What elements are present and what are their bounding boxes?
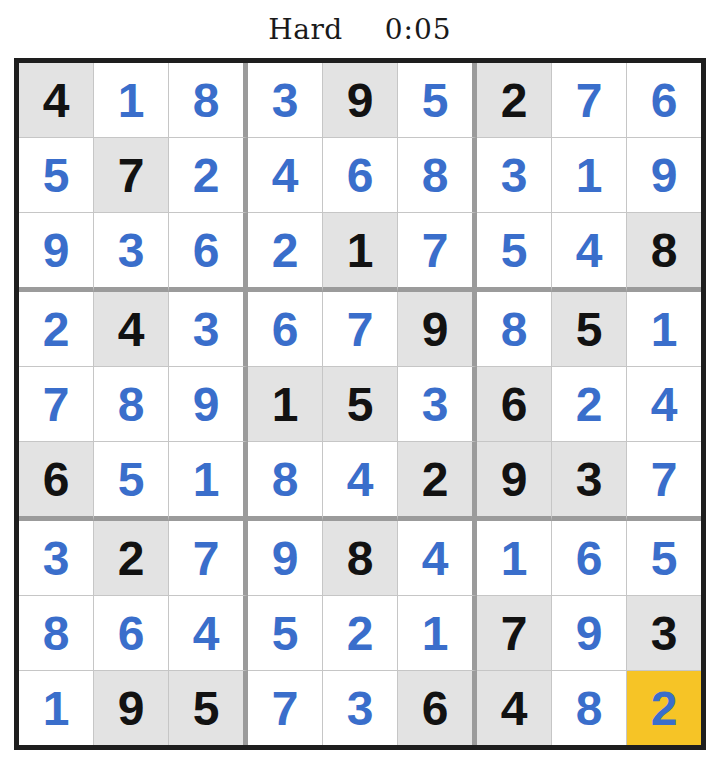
cell-r3c7[interactable]: 5 (477, 213, 552, 292)
cell-r9c4[interactable]: 7 (248, 671, 323, 745)
cell-r8c3[interactable]: 4 (169, 596, 248, 671)
cell-r2c5[interactable]: 6 (323, 138, 398, 213)
cell-r8c4[interactable]: 5 (248, 596, 323, 671)
cell-r1c8[interactable]: 7 (552, 63, 627, 138)
timer[interactable]: 0:05 (385, 13, 452, 46)
cell-r3c8[interactable]: 4 (552, 213, 627, 292)
difficulty-label: Hard (268, 13, 342, 46)
cell-r9c8[interactable]: 8 (552, 671, 627, 745)
cell-r7c7[interactable]: 1 (477, 521, 552, 596)
cell-r1c9[interactable]: 6 (627, 63, 701, 138)
cell-r1c1[interactable]: 4 (19, 63, 94, 138)
cell-r1c3[interactable]: 8 (169, 63, 248, 138)
cell-r4c9[interactable]: 1 (627, 292, 701, 367)
cell-r8c9[interactable]: 3 (627, 596, 701, 671)
cell-r5c5[interactable]: 5 (323, 367, 398, 442)
cell-r6c4[interactable]: 8 (248, 442, 323, 521)
cell-r5c6[interactable]: 3 (398, 367, 477, 442)
cell-r8c1[interactable]: 8 (19, 596, 94, 671)
cell-r9c1[interactable]: 1 (19, 671, 94, 745)
cell-r9c7[interactable]: 4 (477, 671, 552, 745)
cell-r4c3[interactable]: 3 (169, 292, 248, 367)
cell-r9c6[interactable]: 6 (398, 671, 477, 745)
cell-r6c7[interactable]: 9 (477, 442, 552, 521)
cell-r6c5[interactable]: 4 (323, 442, 398, 521)
cell-r7c4[interactable]: 9 (248, 521, 323, 596)
cell-r4c5[interactable]: 7 (323, 292, 398, 367)
cell-r7c1[interactable]: 3 (19, 521, 94, 596)
cell-r9c5[interactable]: 3 (323, 671, 398, 745)
cell-r5c9[interactable]: 4 (627, 367, 701, 442)
cell-r4c4[interactable]: 6 (248, 292, 323, 367)
cell-r2c3[interactable]: 2 (169, 138, 248, 213)
cell-r2c4[interactable]: 4 (248, 138, 323, 213)
cell-r4c7[interactable]: 8 (477, 292, 552, 367)
cell-r7c2[interactable]: 2 (94, 521, 169, 596)
cell-r2c2[interactable]: 7 (94, 138, 169, 213)
cell-r3c9[interactable]: 8 (627, 213, 701, 292)
cell-r3c4[interactable]: 2 (248, 213, 323, 292)
cell-r1c7[interactable]: 2 (477, 63, 552, 138)
cell-r3c6[interactable]: 7 (398, 213, 477, 292)
cell-r1c2[interactable]: 1 (94, 63, 169, 138)
cell-r5c8[interactable]: 2 (552, 367, 627, 442)
cell-r9c2[interactable]: 9 (94, 671, 169, 745)
cell-r7c8[interactable]: 6 (552, 521, 627, 596)
cell-r4c8[interactable]: 5 (552, 292, 627, 367)
cell-r3c5[interactable]: 1 (323, 213, 398, 292)
cell-r2c9[interactable]: 9 (627, 138, 701, 213)
cell-r8c2[interactable]: 6 (94, 596, 169, 671)
cell-r2c6[interactable]: 8 (398, 138, 477, 213)
cell-r1c6[interactable]: 5 (398, 63, 477, 138)
cell-r6c1[interactable]: 6 (19, 442, 94, 521)
cell-r7c6[interactable]: 4 (398, 521, 477, 596)
cell-r7c9[interactable]: 5 (627, 521, 701, 596)
cell-r6c3[interactable]: 1 (169, 442, 248, 521)
cell-r5c4[interactable]: 1 (248, 367, 323, 442)
cell-r3c3[interactable]: 6 (169, 213, 248, 292)
cell-r1c5[interactable]: 9 (323, 63, 398, 138)
cell-r3c2[interactable]: 3 (94, 213, 169, 292)
cell-r2c7[interactable]: 3 (477, 138, 552, 213)
cell-r5c7[interactable]: 6 (477, 367, 552, 442)
cell-r4c1[interactable]: 2 (19, 292, 94, 367)
game-header: Hard 0:05 (0, 0, 720, 58)
cell-r8c7[interactable]: 7 (477, 596, 552, 671)
cell-r8c8[interactable]: 9 (552, 596, 627, 671)
cell-r8c5[interactable]: 2 (323, 596, 398, 671)
cell-r5c1[interactable]: 7 (19, 367, 94, 442)
cell-r7c3[interactable]: 7 (169, 521, 248, 596)
cell-r1c4[interactable]: 3 (248, 63, 323, 138)
cell-r3c1[interactable]: 9 (19, 213, 94, 292)
cell-r9c3[interactable]: 5 (169, 671, 248, 745)
sudoku-board: 4183952765724683199362175482436798517891… (14, 58, 706, 750)
cell-r6c8[interactable]: 3 (552, 442, 627, 521)
cell-r6c9[interactable]: 7 (627, 442, 701, 521)
cell-r4c2[interactable]: 4 (94, 292, 169, 367)
cell-r6c2[interactable]: 5 (94, 442, 169, 521)
cell-r7c5[interactable]: 8 (323, 521, 398, 596)
cell-r5c3[interactable]: 9 (169, 367, 248, 442)
cell-r9c9[interactable]: 2 (627, 671, 701, 745)
cell-r5c2[interactable]: 8 (94, 367, 169, 442)
cell-r4c6[interactable]: 9 (398, 292, 477, 367)
cell-r8c6[interactable]: 1 (398, 596, 477, 671)
cell-r2c8[interactable]: 1 (552, 138, 627, 213)
cell-r2c1[interactable]: 5 (19, 138, 94, 213)
cell-r6c6[interactable]: 2 (398, 442, 477, 521)
sudoku-page: Hard 0:05 418395276572468319936217548243… (0, 0, 720, 758)
